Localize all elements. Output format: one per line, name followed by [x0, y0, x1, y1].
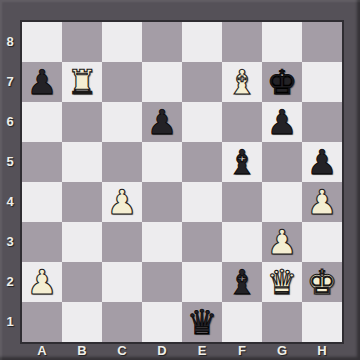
white-pawn-piece[interactable]: ♟ [27, 262, 57, 302]
square-e3[interactable] [182, 222, 222, 262]
black-king-piece[interactable]: ♚ [267, 62, 297, 102]
square-g2[interactable]: ♛ [262, 262, 302, 302]
file-label-b: B [62, 343, 102, 360]
black-pawn-piece[interactable]: ♟ [307, 142, 337, 182]
square-b1[interactable] [62, 302, 102, 342]
white-pawn-piece[interactable]: ♟ [107, 182, 137, 222]
square-c1[interactable] [102, 302, 142, 342]
square-e1[interactable]: ♛ [182, 302, 222, 342]
rank-label-1: 1 [0, 302, 20, 342]
square-f1[interactable] [222, 302, 262, 342]
square-c3[interactable] [102, 222, 142, 262]
square-g1[interactable] [262, 302, 302, 342]
rank-label-4: 4 [0, 182, 20, 222]
square-e8[interactable] [182, 22, 222, 62]
white-bishop-piece[interactable]: ♝ [227, 62, 257, 102]
chess-app-window: 87654321 ♟♜♝♚♟♟♝♟♟♟♟♟♝♛♚♛ ABCDEFGH [0, 0, 360, 360]
square-e2[interactable] [182, 262, 222, 302]
square-b8[interactable] [62, 22, 102, 62]
black-queen-piece[interactable]: ♛ [187, 302, 217, 342]
square-g5[interactable] [262, 142, 302, 182]
square-e5[interactable] [182, 142, 222, 182]
white-queen-piece[interactable]: ♛ [267, 262, 297, 302]
rank-label-3: 3 [0, 222, 20, 262]
square-a3[interactable] [22, 222, 62, 262]
square-b2[interactable] [62, 262, 102, 302]
rank-label-7: 7 [0, 62, 20, 102]
square-c7[interactable] [102, 62, 142, 102]
file-label-f: F [222, 343, 262, 360]
square-g6[interactable]: ♟ [262, 102, 302, 142]
rank-label-5: 5 [0, 142, 20, 182]
square-d6[interactable]: ♟ [142, 102, 182, 142]
square-f6[interactable] [222, 102, 262, 142]
square-c4[interactable]: ♟ [102, 182, 142, 222]
square-h3[interactable] [302, 222, 342, 262]
white-pawn-piece[interactable]: ♟ [267, 222, 297, 262]
square-h7[interactable] [302, 62, 342, 102]
square-b7[interactable]: ♜ [62, 62, 102, 102]
square-d7[interactable] [142, 62, 182, 102]
black-pawn-piece[interactable]: ♟ [267, 102, 297, 142]
square-f5[interactable]: ♝ [222, 142, 262, 182]
chess-board: ♟♜♝♚♟♟♝♟♟♟♟♟♝♛♚♛ [20, 20, 344, 344]
square-b5[interactable] [62, 142, 102, 182]
square-e7[interactable] [182, 62, 222, 102]
black-pawn-piece[interactable]: ♟ [147, 102, 177, 142]
square-a2[interactable]: ♟ [22, 262, 62, 302]
black-bishop-piece[interactable]: ♝ [227, 262, 257, 302]
file-label-e: E [182, 343, 222, 360]
square-f2[interactable]: ♝ [222, 262, 262, 302]
square-c6[interactable] [102, 102, 142, 142]
square-d1[interactable] [142, 302, 182, 342]
square-d2[interactable] [142, 262, 182, 302]
file-labels: ABCDEFGH [22, 343, 342, 360]
file-label-a: A [22, 343, 62, 360]
square-c5[interactable] [102, 142, 142, 182]
white-rook-piece[interactable]: ♜ [67, 62, 97, 102]
file-label-c: C [102, 343, 142, 360]
square-a8[interactable] [22, 22, 62, 62]
square-f3[interactable] [222, 222, 262, 262]
file-label-d: D [142, 343, 182, 360]
square-h1[interactable] [302, 302, 342, 342]
black-bishop-piece[interactable]: ♝ [227, 142, 257, 182]
square-g4[interactable] [262, 182, 302, 222]
square-h4[interactable]: ♟ [302, 182, 342, 222]
square-c8[interactable] [102, 22, 142, 62]
rank-label-6: 6 [0, 102, 20, 142]
square-a6[interactable] [22, 102, 62, 142]
square-f8[interactable] [222, 22, 262, 62]
square-h6[interactable] [302, 102, 342, 142]
square-g3[interactable]: ♟ [262, 222, 302, 262]
square-d8[interactable] [142, 22, 182, 62]
square-e4[interactable] [182, 182, 222, 222]
square-b4[interactable] [62, 182, 102, 222]
square-f7[interactable]: ♝ [222, 62, 262, 102]
square-b3[interactable] [62, 222, 102, 262]
square-h5[interactable]: ♟ [302, 142, 342, 182]
file-label-h: H [302, 343, 342, 360]
square-a4[interactable] [22, 182, 62, 222]
square-e6[interactable] [182, 102, 222, 142]
square-a5[interactable] [22, 142, 62, 182]
file-label-g: G [262, 343, 302, 360]
square-f4[interactable] [222, 182, 262, 222]
square-d4[interactable] [142, 182, 182, 222]
square-a7[interactable]: ♟ [22, 62, 62, 102]
square-g7[interactable]: ♚ [262, 62, 302, 102]
square-c2[interactable] [102, 262, 142, 302]
square-h8[interactable] [302, 22, 342, 62]
square-a1[interactable] [22, 302, 62, 342]
white-king-piece[interactable]: ♚ [307, 262, 337, 302]
square-d5[interactable] [142, 142, 182, 182]
rank-label-8: 8 [0, 22, 20, 62]
square-h2[interactable]: ♚ [302, 262, 342, 302]
white-pawn-piece[interactable]: ♟ [307, 182, 337, 222]
rank-labels: 87654321 [0, 22, 20, 342]
square-g8[interactable] [262, 22, 302, 62]
square-d3[interactable] [142, 222, 182, 262]
black-pawn-piece[interactable]: ♟ [27, 62, 57, 102]
rank-label-2: 2 [0, 262, 20, 302]
square-b6[interactable] [62, 102, 102, 142]
